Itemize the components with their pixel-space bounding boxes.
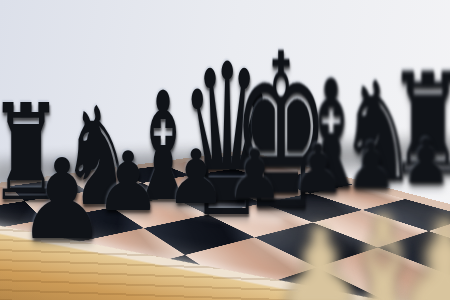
- chess-set-photo: ♜♞♝♛♚♝♞♜♟♟♟♟♟♟♟♟♝♟: [0, 0, 450, 300]
- black-pawn: ♟: [17, 144, 107, 255]
- black-pawn: ♟: [166, 140, 227, 215]
- black-pawn: ♟: [227, 140, 283, 210]
- pieces-layer: ♜♞♝♛♚♝♞♜♟♟♟♟♟♟♟♟♝♟: [0, 0, 450, 300]
- white-pawn: ♟: [388, 202, 450, 300]
- black-pawn: ♟: [95, 141, 161, 223]
